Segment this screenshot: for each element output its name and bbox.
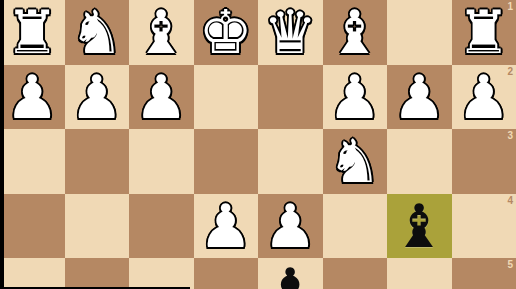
square-g4[interactable]: [65, 194, 130, 259]
white-king-e1[interactable]: ♚: [199, 0, 253, 65]
white-pawn-f2[interactable]: ♟: [134, 65, 188, 130]
square-f5[interactable]: [129, 258, 194, 289]
square-d5[interactable]: ♟: [258, 258, 323, 289]
square-a1[interactable]: ♜1: [452, 0, 516, 65]
rank-label-1: 1: [507, 1, 513, 12]
square-g2[interactable]: ♟: [65, 65, 130, 130]
square-d2[interactable]: [258, 65, 323, 130]
square-a5[interactable]: 5: [452, 258, 516, 289]
white-knight-c3[interactable]: ♞: [328, 129, 382, 194]
white-rook-a1[interactable]: ♜: [457, 0, 511, 65]
square-b2[interactable]: ♟: [387, 65, 452, 130]
square-c1[interactable]: ♝: [323, 0, 388, 65]
square-h3[interactable]: [0, 129, 65, 194]
letterbox-left-bar: [0, 0, 4, 289]
square-g3[interactable]: [65, 129, 130, 194]
white-pawn-d4[interactable]: ♟: [263, 194, 317, 259]
square-b5[interactable]: [387, 258, 452, 289]
square-e1[interactable]: ♚: [194, 0, 259, 65]
white-bishop-c1[interactable]: ♝: [328, 0, 382, 65]
square-b3[interactable]: [387, 129, 452, 194]
rank-label-4: 4: [507, 195, 513, 206]
square-h4[interactable]: [0, 194, 65, 259]
square-e4[interactable]: ♟: [194, 194, 259, 259]
square-f3[interactable]: [129, 129, 194, 194]
square-d1[interactable]: ♛: [258, 0, 323, 65]
square-a4[interactable]: 4: [452, 194, 516, 259]
chess-app-screen: ♜♞♝♚♛♝♜1♟♟♟♟♟♟2♞3♟♟♝4♟5: [0, 0, 516, 289]
white-pawn-a2[interactable]: ♟: [457, 65, 511, 130]
square-d4[interactable]: ♟: [258, 194, 323, 259]
white-pawn-c2[interactable]: ♟: [328, 65, 382, 130]
white-pawn-g2[interactable]: ♟: [70, 65, 124, 130]
white-bishop-f1[interactable]: ♝: [134, 0, 188, 65]
square-g1[interactable]: ♞: [65, 0, 130, 65]
square-b4[interactable]: ♝: [387, 194, 452, 259]
square-f4[interactable]: [129, 194, 194, 259]
square-a2[interactable]: ♟2: [452, 65, 516, 130]
square-h5[interactable]: [0, 258, 65, 289]
chess-board[interactable]: ♜♞♝♚♛♝♜1♟♟♟♟♟♟2♞3♟♟♝4♟5: [0, 0, 516, 289]
square-d3[interactable]: [258, 129, 323, 194]
square-f1[interactable]: ♝: [129, 0, 194, 65]
square-c4[interactable]: [323, 194, 388, 259]
square-e3[interactable]: [194, 129, 259, 194]
black-bishop-b4[interactable]: ♝: [392, 194, 446, 259]
white-pawn-e4[interactable]: ♟: [199, 194, 253, 259]
square-c2[interactable]: ♟: [323, 65, 388, 130]
white-knight-g1[interactable]: ♞: [70, 0, 124, 65]
rank-label-5: 5: [507, 259, 513, 270]
white-pawn-h2[interactable]: ♟: [5, 65, 59, 130]
white-pawn-b2[interactable]: ♟: [392, 65, 446, 130]
square-h2[interactable]: ♟: [0, 65, 65, 130]
black-pawn-d5[interactable]: ♟: [263, 258, 317, 289]
white-queen-d1[interactable]: ♛: [263, 0, 317, 65]
square-c3[interactable]: ♞: [323, 129, 388, 194]
square-f2[interactable]: ♟: [129, 65, 194, 130]
square-e5[interactable]: [194, 258, 259, 289]
rank-label-2: 2: [507, 66, 513, 77]
square-c5[interactable]: [323, 258, 388, 289]
rank-label-3: 3: [507, 130, 513, 141]
square-e2[interactable]: [194, 65, 259, 130]
square-h1[interactable]: ♜: [0, 0, 65, 65]
white-rook-h1[interactable]: ♜: [5, 0, 59, 65]
square-a3[interactable]: 3: [452, 129, 516, 194]
square-b1[interactable]: [387, 0, 452, 65]
square-g5[interactable]: [65, 258, 130, 289]
